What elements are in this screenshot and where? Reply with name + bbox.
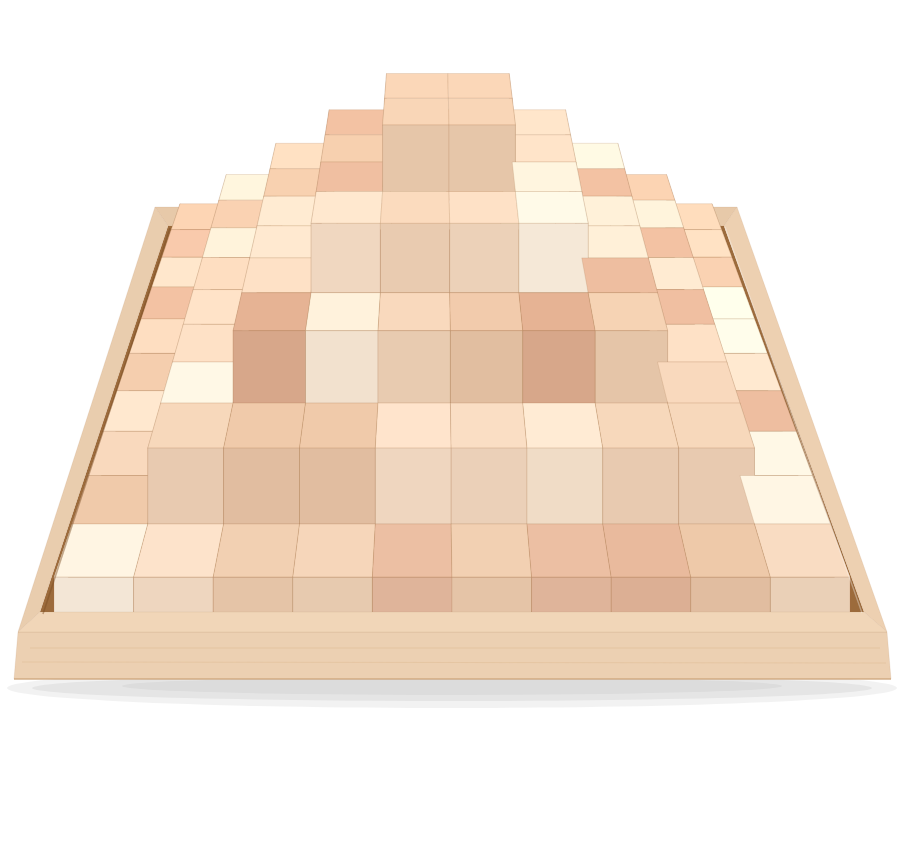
stepped-pyramid-scene xyxy=(0,0,900,865)
block-c5-r2 xyxy=(450,293,523,403)
block-c5-r4 xyxy=(448,98,515,191)
block-c3-r3 xyxy=(311,192,383,293)
block-c2-r2 xyxy=(233,293,311,403)
block-pyramid xyxy=(54,74,850,622)
block-c3-r1 xyxy=(300,403,379,524)
block-c4-r3 xyxy=(380,192,449,293)
block-c4-r2 xyxy=(378,293,450,403)
block-c5-r1 xyxy=(450,403,527,524)
block-c6-r2 xyxy=(519,293,595,403)
block-c1-r0 xyxy=(134,524,224,621)
block-c8-r0 xyxy=(679,524,771,621)
block-c7-r2 xyxy=(588,293,667,403)
block-c2-r1 xyxy=(224,403,306,524)
block-c6-r3 xyxy=(515,192,588,293)
block-c7-r1 xyxy=(595,403,679,524)
block-c3-r2 xyxy=(306,293,381,403)
product-photo xyxy=(0,0,900,865)
block-c1-r1 xyxy=(148,403,233,524)
block-c6-r0 xyxy=(527,524,611,621)
block-c8-r1 xyxy=(668,403,755,524)
block-c5-r3 xyxy=(449,192,519,293)
block-c2-r0 xyxy=(213,524,299,621)
block-c3-r0 xyxy=(293,524,376,621)
block-c4-r1 xyxy=(375,403,451,524)
block-c4-r0 xyxy=(372,524,452,621)
block-c5-r0 xyxy=(451,524,531,621)
block-c6-r1 xyxy=(523,403,603,524)
block-c4-r4 xyxy=(383,98,449,191)
block-c7-r0 xyxy=(603,524,691,621)
